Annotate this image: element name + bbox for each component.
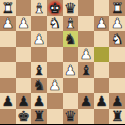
- piece-black-knight[interactable]: ♞: [33, 78, 46, 92]
- square-g5[interactable]: [16, 62, 32, 78]
- square-g4[interactable]: [16, 47, 32, 63]
- square-b4[interactable]: [94, 47, 110, 63]
- piece-black-king[interactable]: ♚: [17, 109, 30, 123]
- piece-black-pawn[interactable]: ♟: [17, 93, 30, 107]
- piece-white-knight[interactable]: ♞: [111, 31, 124, 45]
- square-e7[interactable]: [47, 93, 63, 109]
- square-c6[interactable]: [78, 78, 94, 94]
- square-f7[interactable]: ♟: [31, 93, 47, 109]
- square-e4[interactable]: [47, 47, 63, 63]
- square-d7[interactable]: [63, 93, 79, 109]
- piece-white-pawn[interactable]: ♟: [48, 78, 61, 92]
- square-g7[interactable]: ♟: [16, 93, 32, 109]
- square-f8[interactable]: ♜: [31, 109, 47, 125]
- square-e6[interactable]: ♟: [47, 78, 63, 94]
- piece-white-pawn[interactable]: ♟: [17, 16, 30, 30]
- square-g6[interactable]: [16, 78, 32, 94]
- piece-black-pawn[interactable]: ♟: [111, 93, 124, 107]
- piece-black-bishop[interactable]: ♝: [33, 62, 46, 76]
- piece-black-pawn[interactable]: ♟: [95, 93, 108, 107]
- piece-white-knight[interactable]: ♞: [48, 16, 61, 30]
- square-g8[interactable]: ♚: [16, 109, 32, 125]
- square-d3[interactable]: ♞: [63, 31, 79, 47]
- square-f5[interactable]: ♝: [31, 62, 47, 78]
- square-a6[interactable]: [109, 78, 125, 94]
- square-c5[interactable]: ♝: [78, 62, 94, 78]
- square-a7[interactable]: ♟: [109, 93, 125, 109]
- square-f4[interactable]: [31, 47, 47, 63]
- square-c4[interactable]: ♟: [78, 47, 94, 63]
- square-a8[interactable]: ♜: [109, 109, 125, 125]
- piece-white-rook[interactable]: ♜: [111, 0, 124, 14]
- square-c8[interactable]: [78, 109, 94, 125]
- piece-black-queen[interactable]: ♛: [64, 109, 77, 123]
- piece-white-pawn[interactable]: ♟: [64, 62, 77, 76]
- square-d1[interactable]: ♛: [63, 0, 79, 16]
- piece-white-pawn[interactable]: ♟: [111, 16, 124, 30]
- square-b6[interactable]: [94, 78, 110, 94]
- square-g2[interactable]: ♟: [16, 16, 32, 32]
- piece-white-pawn[interactable]: ♟: [33, 31, 46, 45]
- square-d5[interactable]: ♟: [63, 62, 79, 78]
- square-c7[interactable]: ♟: [78, 93, 94, 109]
- square-b2[interactable]: ♟: [94, 16, 110, 32]
- piece-black-rook[interactable]: ♜: [111, 109, 124, 123]
- piece-black-pawn[interactable]: ♟: [2, 93, 15, 107]
- square-d6[interactable]: [63, 78, 79, 94]
- square-d8[interactable]: ♛: [63, 109, 79, 125]
- square-g3[interactable]: [16, 31, 32, 47]
- square-f6[interactable]: ♞: [31, 78, 47, 94]
- piece-black-bishop[interactable]: ♝: [80, 62, 93, 76]
- square-g1[interactable]: [16, 0, 32, 16]
- square-a5[interactable]: [109, 62, 125, 78]
- square-b5[interactable]: [94, 62, 110, 78]
- piece-white-pawn[interactable]: ♟: [2, 16, 15, 30]
- square-e1[interactable]: ♚: [47, 0, 63, 16]
- square-f3[interactable]: ♟: [31, 31, 47, 47]
- square-e2[interactable]: ♞: [47, 16, 63, 32]
- piece-white-bishop[interactable]: ♝: [64, 16, 77, 30]
- square-f1[interactable]: ♝: [31, 0, 47, 16]
- square-f2[interactable]: [31, 16, 47, 32]
- square-h4[interactable]: [0, 47, 16, 63]
- square-h7[interactable]: ♟: [0, 93, 16, 109]
- square-a2[interactable]: ♟: [109, 16, 125, 32]
- square-a1[interactable]: ♜: [109, 0, 125, 16]
- piece-white-pawn[interactable]: ♟: [95, 16, 108, 30]
- square-h1[interactable]: ♜: [0, 0, 16, 16]
- square-e5[interactable]: [47, 62, 63, 78]
- piece-black-knight[interactable]: ♞: [64, 31, 77, 45]
- piece-white-rook[interactable]: ♜: [2, 0, 15, 14]
- square-a3[interactable]: ♞: [109, 31, 125, 47]
- piece-black-pawn[interactable]: ♟: [80, 93, 93, 107]
- square-e8[interactable]: [47, 109, 63, 125]
- piece-white-bishop[interactable]: ♝: [33, 0, 46, 14]
- square-h3[interactable]: [0, 31, 16, 47]
- square-d4[interactable]: [63, 47, 79, 63]
- chess-board: ♜♝♚♛♜♟♟♞♝♟♟♟♞♞♟♝♟♝♞♟♟♟♟♟♟♟♚♜♛♜: [0, 0, 125, 124]
- square-b8[interactable]: [94, 109, 110, 125]
- piece-black-pawn[interactable]: ♟: [33, 93, 46, 107]
- square-e3[interactable]: [47, 31, 63, 47]
- square-h5[interactable]: [0, 62, 16, 78]
- square-a4[interactable]: [109, 47, 125, 63]
- piece-black-queen[interactable]: ♛: [64, 0, 77, 14]
- square-h6[interactable]: [0, 78, 16, 94]
- square-b7[interactable]: ♟: [94, 93, 110, 109]
- piece-white-king[interactable]: ♚: [48, 0, 61, 14]
- piece-black-rook[interactable]: ♜: [33, 109, 46, 123]
- square-c1[interactable]: [78, 0, 94, 16]
- square-d2[interactable]: ♝: [63, 16, 79, 32]
- square-c3[interactable]: [78, 31, 94, 47]
- square-b3[interactable]: [94, 31, 110, 47]
- square-c2[interactable]: [78, 16, 94, 32]
- square-h2[interactable]: ♟: [0, 16, 16, 32]
- square-b1[interactable]: [94, 0, 110, 16]
- piece-white-pawn[interactable]: ♟: [80, 47, 93, 61]
- square-h8[interactable]: [0, 109, 16, 125]
